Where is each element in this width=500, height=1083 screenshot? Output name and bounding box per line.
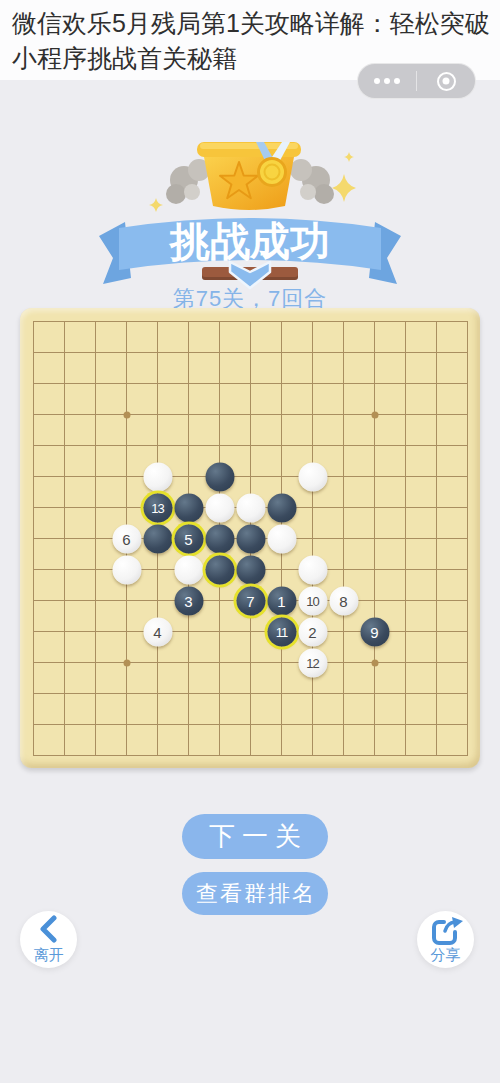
screen: 微信欢乐5月残局第1关攻略详解：轻松突破小程序挑战首关秘籍 <box>0 0 500 1083</box>
gomoku-board: 13653711084112912 <box>20 308 480 768</box>
stone-white-move-8: 8 <box>329 586 358 615</box>
stone-white <box>298 462 327 491</box>
stone-black <box>267 493 296 522</box>
next-level-button[interactable]: 下一关 <box>182 814 328 859</box>
stone-black-move-13: 13 <box>143 493 172 522</box>
stone-white <box>143 462 172 491</box>
stone-white <box>174 555 203 584</box>
leave-button[interactable]: 离开 <box>20 911 77 968</box>
board-grid: 13653711084112912 <box>33 321 468 756</box>
ribbon-knot-bar <box>202 267 298 280</box>
banner-left-tail <box>99 222 131 284</box>
more-button[interactable] <box>358 64 416 98</box>
share-icon <box>428 915 464 947</box>
stone-black-move-9: 9 <box>360 617 389 646</box>
stone-black <box>205 462 234 491</box>
stone-white-move-10: 10 <box>298 586 327 615</box>
stone-white-move-12: 12 <box>298 648 327 677</box>
stone-black <box>143 524 172 553</box>
stone-black-move-7: 7 <box>236 586 265 615</box>
stone-white <box>298 555 327 584</box>
stone-black <box>205 524 234 553</box>
more-icon <box>374 78 400 84</box>
banner-right-tail <box>369 222 401 284</box>
stone-white <box>267 524 296 553</box>
stone-white <box>236 493 265 522</box>
share-label: 分享 <box>417 946 474 965</box>
stone-white-move-4: 4 <box>143 617 172 646</box>
leave-label: 离开 <box>20 946 77 965</box>
stone-black <box>236 524 265 553</box>
stone-black <box>205 555 234 584</box>
star-point <box>371 659 378 666</box>
star-point <box>371 411 378 418</box>
star-point <box>123 659 130 666</box>
star-point <box>123 411 130 418</box>
stone-white-move-2: 2 <box>298 617 327 646</box>
stone-black-move-3: 3 <box>174 586 203 615</box>
stone-black <box>174 493 203 522</box>
right-wing-icon <box>290 159 334 204</box>
group-ranking-button[interactable]: 查看群排名 <box>182 872 328 915</box>
stone-black-move-1: 1 <box>267 586 296 615</box>
stone-black <box>236 555 265 584</box>
miniprogram-capsule <box>357 63 476 99</box>
exit-button[interactable] <box>417 64 475 98</box>
back-chevron-icon <box>38 915 60 943</box>
circle-dot-icon <box>437 72 456 91</box>
left-wing-icon <box>166 159 210 204</box>
stone-black-move-11: 11 <box>267 617 296 646</box>
share-button[interactable]: 分享 <box>417 911 474 968</box>
trophy-graphic <box>144 110 356 228</box>
stone-white <box>205 493 234 522</box>
stone-white <box>112 555 141 584</box>
stone-white-move-6: 6 <box>112 524 141 553</box>
stone-black-move-5: 5 <box>174 524 203 553</box>
